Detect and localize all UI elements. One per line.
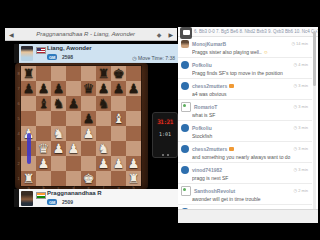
chat-username[interactable]: chess2mutters — [192, 83, 227, 89]
chat-timestamp: 3 min — [294, 125, 308, 130]
square-h2[interactable]: ♟ — [126, 156, 141, 171]
active-clock-strip — [14, 44, 19, 63]
chess-board[interactable]: ♜♜♚♟♟♟♛♟♟♟♝♞♟♞♟♝♟♞♟♛♟♟♞♟♟♟♟♜♚♜ — [21, 66, 141, 186]
chat-message-text: Praggs sister also playing well.. ☺ — [192, 49, 308, 55]
dgt-clock: 31:21 1:01 — [152, 112, 178, 158]
chat-timestamp: 3 min — [294, 146, 308, 151]
square-g6[interactable] — [111, 96, 126, 111]
square-a6[interactable] — [21, 96, 36, 111]
sort-diamond-icon[interactable]: ◆ — [154, 31, 165, 38]
square-e5[interactable]: ♟ — [81, 111, 96, 126]
rank-label-4: 4 — [17, 131, 21, 136]
black-piece-p[interactable]: ♟ — [68, 96, 80, 111]
square-g2[interactable]: ♟ — [111, 156, 126, 171]
square-e8[interactable] — [81, 66, 96, 81]
chat-avatar-icon — [181, 145, 189, 153]
white-piece-p[interactable]: ♟ — [98, 156, 110, 171]
chat-avatar-icon — [181, 166, 189, 174]
square-b8[interactable] — [36, 66, 51, 81]
square-c2[interactable] — [51, 156, 66, 171]
square-g3[interactable] — [111, 141, 126, 156]
chat-message-text: what is SF — [192, 112, 308, 118]
square-b3[interactable]: ♛ — [36, 141, 51, 156]
inactive-clock-strip — [14, 189, 19, 207]
square-d3[interactable]: ♟ — [66, 141, 81, 156]
smiley-emoji-icon: ☺ — [262, 49, 269, 55]
player-bottom-rating: 2509 — [62, 199, 73, 205]
black-piece-p[interactable]: ♟ — [53, 81, 65, 96]
black-piece-p[interactable]: ♟ — [113, 81, 125, 96]
moves-ticker[interactable]: 6. Bb3 0-0 7. Bg5 Be6 8. Nbd2 Bxb3 9. Qx… — [178, 27, 318, 37]
chat-message[interactable]: chess2mutters3 mina4 was obvious — [178, 79, 312, 100]
square-b5[interactable] — [36, 111, 51, 126]
square-f7[interactable]: ♟ — [96, 81, 111, 96]
black-piece-p[interactable]: ♟ — [83, 111, 95, 126]
rank-label-2: 2 — [17, 161, 21, 166]
square-e2[interactable] — [81, 156, 96, 171]
white-piece-n[interactable]: ♞ — [53, 126, 65, 141]
white-piece-p[interactable]: ♟ — [68, 141, 80, 156]
last-move-arrow — [27, 133, 31, 164]
square-d5[interactable] — [66, 111, 81, 126]
rank-label-1: 1 — [17, 176, 21, 181]
user-badge-icon — [229, 147, 234, 151]
square-b2[interactable]: ♟ — [36, 156, 51, 171]
chat-message[interactable]: vinod7419823 minpragg is next SF — [178, 163, 312, 184]
chat-avatar-icon — [181, 124, 189, 132]
black-piece-n[interactable]: ♞ — [98, 96, 110, 111]
black-piece-p[interactable]: ♟ — [23, 81, 35, 96]
square-e3[interactable] — [81, 141, 96, 156]
player-bottom-avatar — [21, 191, 33, 206]
rank-label-3: 3 — [17, 146, 21, 151]
chat-message-text: awonder will get in time trouble — [192, 196, 308, 202]
square-d4[interactable] — [66, 126, 81, 141]
chat-scrollbar[interactable] — [313, 29, 316, 219]
chat-username[interactable]: vinod741982 — [192, 167, 222, 173]
square-h4[interactable] — [126, 126, 141, 141]
white-piece-n[interactable]: ♞ — [98, 141, 110, 156]
square-f6[interactable]: ♞ — [96, 96, 111, 111]
square-f5[interactable] — [96, 111, 111, 126]
chat-message[interactable]: Pofkoliu4 minPragg finds SF's top move i… — [178, 58, 312, 79]
square-a5[interactable] — [21, 111, 36, 126]
rank-label-6: 6 — [17, 101, 21, 106]
white-piece-p[interactable]: ♟ — [53, 141, 65, 156]
square-a7[interactable]: ♟ — [21, 81, 36, 96]
player-top-rating: 2598 — [62, 54, 73, 60]
chat-username[interactable]: RomarioT — [194, 104, 217, 110]
chat-username[interactable]: SanthoshRevolut — [194, 188, 235, 194]
chat-bubble-icon[interactable] — [180, 27, 192, 39]
chat-timestamp: 2 min — [294, 188, 308, 193]
chat-message-text: and something you nearly always want to … — [192, 154, 308, 160]
player-top-title-badge: GM — [47, 54, 57, 60]
chat-message[interactable]: MonojKumarB14 minPraggs sister also play… — [178, 37, 312, 58]
square-f2[interactable]: ♟ — [96, 156, 111, 171]
chess-board-frame: ♜♜♚♟♟♟♛♟♟♟♝♞♟♞♟♝♟♞♟♛♟♟♞♟♟♟♟♜♚♜ 87654321a… — [15, 63, 148, 189]
square-a8[interactable]: ♜ — [21, 66, 36, 81]
black-piece-p[interactable]: ♟ — [128, 81, 140, 96]
chat-timestamp: 3 min — [294, 167, 308, 172]
square-c3[interactable]: ♟ — [51, 141, 66, 156]
chat-timestamp: 14 min — [291, 41, 308, 46]
broadcast-title-bar: ◀ Praggnanandhaa R - Liang, Awonder ◆ ▶ — [5, 28, 177, 41]
chat-message[interactable]: Pofkoliu3 minStockfish — [178, 121, 312, 142]
square-d6[interactable]: ♟ — [66, 96, 81, 111]
player-top-avatar — [21, 46, 33, 61]
square-c8[interactable] — [51, 66, 66, 81]
black-piece-n[interactable]: ♞ — [53, 96, 65, 111]
move-time: ◷ Move Time: 7:38 — [132, 55, 175, 61]
square-b6[interactable]: ♝ — [36, 96, 51, 111]
white-piece-p[interactable]: ♟ — [113, 156, 125, 171]
player-bottom-name: Praggnanandhaa R — [47, 190, 102, 196]
square-f3[interactable]: ♞ — [96, 141, 111, 156]
square-h6[interactable] — [126, 96, 141, 111]
square-h3[interactable] — [126, 141, 141, 156]
rank-label-7: 7 — [17, 86, 21, 91]
chat-avatar-icon — [181, 61, 189, 69]
clock-buttons — [153, 142, 177, 160]
black-piece-k[interactable]: ♚ — [113, 66, 125, 81]
square-f8[interactable]: ♜ — [96, 66, 111, 81]
prev-game-arrow-icon[interactable]: ◀ — [5, 31, 18, 38]
chat-panel: 6. Bb3 0-0 7. Bg5 Be6 8. Nbd2 Bxb3 9. Qx… — [178, 27, 318, 223]
chat-message[interactable]: SanthoshRevolut2 minawonder will get in … — [178, 184, 312, 205]
chat-avatar-icon — [181, 40, 189, 48]
white-piece-b[interactable]: ♝ — [113, 111, 125, 126]
square-b4[interactable] — [36, 126, 51, 141]
chat-avatar-icon — [181, 102, 191, 112]
next-game-arrow-icon[interactable]: ▶ — [164, 31, 177, 38]
rank-label-8: 8 — [17, 71, 21, 76]
black-piece-b[interactable]: ♝ — [38, 96, 50, 111]
chat-username[interactable]: Pofkoliu — [192, 125, 212, 131]
chat-timestamp: 3 min — [294, 104, 308, 109]
chat-timestamp: 3 min — [294, 83, 308, 88]
white-piece-p[interactable]: ♟ — [83, 126, 95, 141]
player-bar-bottom: Praggnanandhaa R GM 2509 — [14, 189, 178, 207]
square-g5[interactable]: ♝ — [111, 111, 126, 126]
chat-message[interactable]: RomarioT3 minwhat is SF — [178, 100, 312, 121]
chat-avatar-icon — [181, 82, 189, 90]
player-top-name: Liang, Awonder — [47, 45, 92, 51]
clock-time-red: 31:21 — [153, 118, 177, 125]
square-h8[interactable] — [126, 66, 141, 81]
black-piece-p[interactable]: ♟ — [38, 81, 50, 96]
clock-icon: ◷ — [132, 55, 136, 61]
user-badge-icon — [229, 84, 234, 88]
rank-label-5: 5 — [17, 116, 21, 121]
square-d2[interactable] — [66, 156, 81, 171]
square-g8[interactable]: ♚ — [111, 66, 126, 81]
chat-message-text: a4 was obvious — [192, 91, 308, 97]
square-b7[interactable]: ♟ — [36, 81, 51, 96]
chat-message-text: pragg is next SF — [192, 175, 308, 181]
black-piece-p[interactable]: ♟ — [98, 81, 110, 96]
clock-time-white: 1:01 — [153, 131, 177, 137]
white-piece-q[interactable]: ♛ — [38, 141, 50, 156]
chat-timestamp: 4 min — [294, 62, 308, 67]
white-piece-p[interactable]: ♟ — [38, 156, 50, 171]
chat-message-list[interactable]: MonojKumarB14 minPraggs sister also play… — [178, 37, 312, 209]
india-flag-icon — [36, 192, 46, 199]
white-piece-p[interactable]: ♟ — [128, 156, 140, 171]
chat-input-bar[interactable] — [178, 209, 318, 223]
black-piece-r[interactable]: ♜ — [98, 66, 110, 81]
chat-avatar-icon — [181, 186, 191, 196]
square-h7[interactable]: ♟ — [126, 81, 141, 96]
us-flag-icon — [36, 47, 46, 54]
square-c6[interactable]: ♞ — [51, 96, 66, 111]
square-d8[interactable] — [66, 66, 81, 81]
game-title: Praggnanandhaa R - Liang, Awonder — [18, 31, 154, 37]
square-g7[interactable]: ♟ — [111, 81, 126, 96]
square-g4[interactable] — [111, 126, 126, 141]
square-d7[interactable] — [66, 81, 81, 96]
square-c5[interactable] — [51, 111, 66, 126]
chat-message[interactable]: chess2mutters3 minand something you near… — [178, 142, 312, 163]
square-h5[interactable] — [126, 111, 141, 126]
black-piece-q[interactable]: ♛ — [83, 81, 95, 96]
square-c4[interactable]: ♞ — [51, 126, 66, 141]
square-e4[interactable]: ♟ — [81, 126, 96, 141]
player-bottom-title-badge: GM — [47, 199, 57, 205]
square-e7[interactable]: ♛ — [81, 81, 96, 96]
chat-username[interactable]: Pofkoliu — [192, 62, 212, 68]
square-c7[interactable]: ♟ — [51, 81, 66, 96]
chat-username[interactable]: chess2mutters — [192, 146, 227, 152]
square-e6[interactable] — [81, 96, 96, 111]
chat-message-text: Pragg finds SF's top move in the positio… — [192, 70, 308, 76]
black-piece-r[interactable]: ♜ — [23, 66, 35, 81]
square-f4[interactable] — [96, 126, 111, 141]
player-bar-top: Liang, Awonder GM 2598 ◷ Move Time: 7:38 — [14, 44, 178, 63]
chat-username[interactable]: MonojKumarB — [192, 41, 226, 47]
chat-scrollbar-thumb[interactable] — [313, 31, 316, 86]
chat-message-text: Stockfish — [192, 133, 308, 139]
